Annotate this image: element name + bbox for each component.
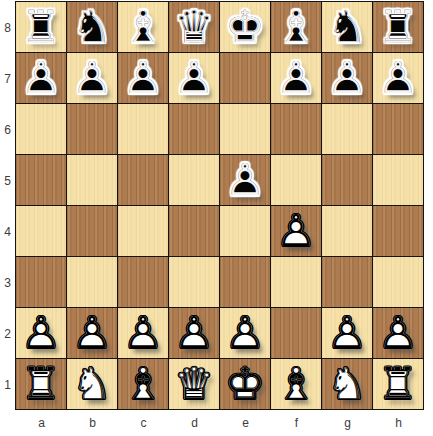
black-bishop-detail: ♗ bbox=[118, 2, 168, 52]
square-b5[interactable] bbox=[67, 155, 117, 205]
square-f5[interactable] bbox=[271, 155, 321, 205]
rank-label-5: 5 bbox=[0, 155, 15, 206]
white-pawn-detail: ♙ bbox=[16, 308, 66, 358]
black-knight-detail: ♘ bbox=[322, 2, 372, 52]
black-pawn[interactable]: ♟♙ bbox=[271, 53, 321, 103]
white-pawn-detail: ♙ bbox=[169, 308, 219, 358]
file-labels: abcdefgh bbox=[16, 411, 424, 435]
white-knight[interactable]: ♞♘ bbox=[322, 359, 372, 409]
square-h4[interactable] bbox=[373, 206, 423, 256]
black-queen-detail: ♕ bbox=[169, 2, 219, 52]
white-queen[interactable]: ♛♕ bbox=[169, 359, 219, 409]
square-e7[interactable] bbox=[220, 53, 270, 103]
square-c6[interactable] bbox=[118, 104, 168, 154]
white-bishop[interactable]: ♝♗ bbox=[271, 359, 321, 409]
black-pawn[interactable]: ♟♙ bbox=[118, 53, 168, 103]
white-bishop-detail: ♗ bbox=[271, 359, 321, 409]
black-pawn-detail: ♙ bbox=[169, 53, 219, 103]
white-rook-detail: ♖ bbox=[373, 359, 423, 409]
black-pawn[interactable]: ♟♙ bbox=[169, 53, 219, 103]
black-knight[interactable]: ♞♘ bbox=[67, 2, 117, 52]
square-d2[interactable]: ♟♙ bbox=[169, 308, 219, 358]
black-bishop-detail: ♗ bbox=[271, 2, 321, 52]
black-bishop[interactable]: ♝♗ bbox=[271, 2, 321, 52]
square-d3[interactable] bbox=[169, 257, 219, 307]
square-a2[interactable]: ♟♙ bbox=[16, 308, 66, 358]
square-d6[interactable] bbox=[169, 104, 219, 154]
rank-label-8: 8 bbox=[0, 2, 15, 53]
square-g7[interactable]: ♟♙ bbox=[322, 53, 372, 103]
square-c7[interactable]: ♟♙ bbox=[118, 53, 168, 103]
square-f1[interactable]: ♝♗ bbox=[271, 359, 321, 409]
white-pawn[interactable]: ♟♙ bbox=[322, 308, 372, 358]
black-pawn-detail: ♙ bbox=[67, 53, 117, 103]
square-b2[interactable]: ♟♙ bbox=[67, 308, 117, 358]
black-pawn[interactable]: ♟♙ bbox=[373, 53, 423, 103]
white-queen-detail: ♕ bbox=[169, 359, 219, 409]
white-pawn-detail: ♙ bbox=[67, 308, 117, 358]
file-label-g: g bbox=[322, 411, 373, 435]
square-h7[interactable]: ♟♙ bbox=[373, 53, 423, 103]
square-g3[interactable] bbox=[322, 257, 372, 307]
square-b1[interactable]: ♞♘ bbox=[67, 359, 117, 409]
square-e1[interactable]: ♚♔ bbox=[220, 359, 270, 409]
square-g6[interactable] bbox=[322, 104, 372, 154]
white-knight[interactable]: ♞♘ bbox=[67, 359, 117, 409]
white-pawn[interactable]: ♟♙ bbox=[118, 308, 168, 358]
white-bishop-detail: ♗ bbox=[118, 359, 168, 409]
square-b8[interactable]: ♞♘ bbox=[67, 2, 117, 52]
black-pawn[interactable]: ♟♙ bbox=[220, 155, 270, 205]
white-pawn[interactable]: ♟♙ bbox=[271, 206, 321, 256]
file-label-h: h bbox=[373, 411, 424, 435]
square-f7[interactable]: ♟♙ bbox=[271, 53, 321, 103]
black-king[interactable]: ♚♔ bbox=[220, 2, 270, 52]
square-d5[interactable] bbox=[169, 155, 219, 205]
white-pawn[interactable]: ♟♙ bbox=[373, 308, 423, 358]
square-e6[interactable] bbox=[220, 104, 270, 154]
square-a6[interactable] bbox=[16, 104, 66, 154]
white-rook-detail: ♖ bbox=[16, 359, 66, 409]
file-label-d: d bbox=[169, 411, 220, 435]
square-b4[interactable] bbox=[67, 206, 117, 256]
square-f6[interactable] bbox=[271, 104, 321, 154]
black-pawn[interactable]: ♟♙ bbox=[16, 53, 66, 103]
square-g2[interactable]: ♟♙ bbox=[322, 308, 372, 358]
black-pawn-detail: ♙ bbox=[322, 53, 372, 103]
square-e8[interactable]: ♚♔ bbox=[220, 2, 270, 52]
white-pawn[interactable]: ♟♙ bbox=[169, 308, 219, 358]
square-h5[interactable] bbox=[373, 155, 423, 205]
square-c4[interactable] bbox=[118, 206, 168, 256]
file-label-a: a bbox=[16, 411, 67, 435]
black-knight[interactable]: ♞♘ bbox=[322, 2, 372, 52]
square-a1[interactable]: ♜♖ bbox=[16, 359, 66, 409]
square-f3[interactable] bbox=[271, 257, 321, 307]
square-g4[interactable] bbox=[322, 206, 372, 256]
black-pawn-detail: ♙ bbox=[373, 53, 423, 103]
black-pawn[interactable]: ♟♙ bbox=[322, 53, 372, 103]
black-pawn[interactable]: ♟♙ bbox=[67, 53, 117, 103]
rank-label-3: 3 bbox=[0, 257, 15, 308]
square-h1[interactable]: ♜♖ bbox=[373, 359, 423, 409]
square-e3[interactable] bbox=[220, 257, 270, 307]
square-e5[interactable]: ♟♙ bbox=[220, 155, 270, 205]
white-rook[interactable]: ♜♖ bbox=[16, 359, 66, 409]
square-f4[interactable]: ♟♙ bbox=[271, 206, 321, 256]
black-pawn-detail: ♙ bbox=[118, 53, 168, 103]
square-h3[interactable] bbox=[373, 257, 423, 307]
black-pawn-detail: ♙ bbox=[220, 155, 270, 205]
white-pawn-detail: ♙ bbox=[322, 308, 372, 358]
square-a4[interactable] bbox=[16, 206, 66, 256]
rank-label-6: 6 bbox=[0, 104, 15, 155]
black-knight-detail: ♘ bbox=[67, 2, 117, 52]
rank-label-1: 1 bbox=[0, 359, 15, 410]
square-g5[interactable] bbox=[322, 155, 372, 205]
black-bishop[interactable]: ♝♗ bbox=[118, 2, 168, 52]
white-pawn-detail: ♙ bbox=[220, 308, 270, 358]
rank-label-7: 7 bbox=[0, 53, 15, 104]
black-pawn-detail: ♙ bbox=[271, 53, 321, 103]
file-label-c: c bbox=[118, 411, 169, 435]
square-g1[interactable]: ♞♘ bbox=[322, 359, 372, 409]
square-a8[interactable]: ♜♖ bbox=[16, 2, 66, 52]
square-h2[interactable]: ♟♙ bbox=[373, 308, 423, 358]
white-king-detail: ♔ bbox=[220, 359, 270, 409]
square-d4[interactable] bbox=[169, 206, 219, 256]
square-c3[interactable] bbox=[118, 257, 168, 307]
square-e2[interactable]: ♟♙ bbox=[220, 308, 270, 358]
file-label-b: b bbox=[67, 411, 118, 435]
white-rook[interactable]: ♜♖ bbox=[373, 359, 423, 409]
square-b3[interactable] bbox=[67, 257, 117, 307]
white-knight-detail: ♘ bbox=[67, 359, 117, 409]
square-f2[interactable] bbox=[271, 308, 321, 358]
white-knight-detail: ♘ bbox=[322, 359, 372, 409]
file-label-e: e bbox=[220, 411, 271, 435]
white-pawn[interactable]: ♟♙ bbox=[67, 308, 117, 358]
rank-label-4: 4 bbox=[0, 206, 15, 257]
square-d7[interactable]: ♟♙ bbox=[169, 53, 219, 103]
black-rook[interactable]: ♜♖ bbox=[373, 2, 423, 52]
square-c8[interactable]: ♝♗ bbox=[118, 2, 168, 52]
rank-label-2: 2 bbox=[0, 308, 15, 359]
chess-board: ♜♖♞♘♝♗♛♕♚♔♝♗♞♘♜♖♟♙♟♙♟♙♟♙♟♙♟♙♟♙♟♙♟♙♟♙♟♙♟♙… bbox=[15, 1, 424, 410]
square-c5[interactable] bbox=[118, 155, 168, 205]
square-b7[interactable]: ♟♙ bbox=[67, 53, 117, 103]
white-pawn[interactable]: ♟♙ bbox=[220, 308, 270, 358]
white-bishop[interactable]: ♝♗ bbox=[118, 359, 168, 409]
white-pawn[interactable]: ♟♙ bbox=[16, 308, 66, 358]
square-h8[interactable]: ♜♖ bbox=[373, 2, 423, 52]
square-c1[interactable]: ♝♗ bbox=[118, 359, 168, 409]
black-rook-detail: ♖ bbox=[16, 2, 66, 52]
white-pawn-detail: ♙ bbox=[271, 206, 321, 256]
square-c2[interactable]: ♟♙ bbox=[118, 308, 168, 358]
rank-labels: 87654321 bbox=[0, 2, 15, 410]
black-pawn-detail: ♙ bbox=[16, 53, 66, 103]
square-e4[interactable] bbox=[220, 206, 270, 256]
square-a5[interactable] bbox=[16, 155, 66, 205]
white-pawn-detail: ♙ bbox=[373, 308, 423, 358]
white-king[interactable]: ♚♔ bbox=[220, 359, 270, 409]
square-f8[interactable]: ♝♗ bbox=[271, 2, 321, 52]
black-rook[interactable]: ♜♖ bbox=[16, 2, 66, 52]
square-g8[interactable]: ♞♘ bbox=[322, 2, 372, 52]
black-king-detail: ♔ bbox=[220, 2, 270, 52]
square-b6[interactable] bbox=[67, 104, 117, 154]
black-queen[interactable]: ♛♕ bbox=[169, 2, 219, 52]
square-d8[interactable]: ♛♕ bbox=[169, 2, 219, 52]
square-h6[interactable] bbox=[373, 104, 423, 154]
square-a7[interactable]: ♟♙ bbox=[16, 53, 66, 103]
square-d1[interactable]: ♛♕ bbox=[169, 359, 219, 409]
square-a3[interactable] bbox=[16, 257, 66, 307]
white-pawn-detail: ♙ bbox=[118, 308, 168, 358]
black-rook-detail: ♖ bbox=[373, 2, 423, 52]
file-label-f: f bbox=[271, 411, 322, 435]
chessboard-app: 87654321 ♜♖♞♘♝♗♛♕♚♔♝♗♞♘♜♖♟♙♟♙♟♙♟♙♟♙♟♙♟♙♟… bbox=[0, 0, 433, 436]
